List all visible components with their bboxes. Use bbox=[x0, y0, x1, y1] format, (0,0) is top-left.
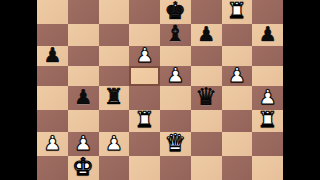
square-a1[interactable] bbox=[37, 156, 68, 180]
square-f4[interactable]: ♛ bbox=[191, 86, 222, 110]
square-c4[interactable]: ♜ bbox=[99, 86, 130, 110]
square-b6[interactable] bbox=[68, 46, 99, 66]
piece-white-queen[interactable]: ♛ bbox=[165, 131, 187, 155]
square-a5[interactable] bbox=[37, 66, 68, 86]
square-b4[interactable]: ♟ bbox=[68, 86, 99, 110]
square-d3[interactable]: ♜ bbox=[129, 110, 160, 132]
piece-black-pawn[interactable]: ♟ bbox=[197, 24, 215, 44]
square-d5[interactable] bbox=[129, 66, 160, 86]
square-b7[interactable] bbox=[68, 24, 99, 46]
piece-white-pawn[interactable]: ♟ bbox=[259, 87, 277, 107]
square-h6[interactable] bbox=[252, 46, 283, 66]
square-h1[interactable] bbox=[252, 156, 283, 180]
square-a8[interactable] bbox=[37, 0, 68, 24]
square-g4[interactable] bbox=[222, 86, 253, 110]
square-a6[interactable]: ♟ bbox=[37, 46, 68, 66]
square-f6[interactable] bbox=[191, 46, 222, 66]
square-d8[interactable] bbox=[129, 0, 160, 24]
square-b1[interactable]: ♚ bbox=[68, 156, 99, 180]
square-h8[interactable] bbox=[252, 0, 283, 24]
square-e2[interactable]: ♛ bbox=[160, 132, 191, 156]
piece-white-king[interactable]: ♚ bbox=[72, 155, 94, 179]
piece-white-pawn[interactable]: ♟ bbox=[166, 65, 184, 85]
square-a2[interactable]: ♟ bbox=[37, 132, 68, 156]
square-f1[interactable] bbox=[191, 156, 222, 180]
piece-black-king[interactable]: ♚ bbox=[165, 0, 187, 23]
square-d1[interactable] bbox=[129, 156, 160, 180]
square-g8[interactable]: ♜ bbox=[222, 0, 253, 24]
square-f2[interactable] bbox=[191, 132, 222, 156]
square-d2[interactable] bbox=[129, 132, 160, 156]
square-b8[interactable] bbox=[68, 0, 99, 24]
square-b3[interactable] bbox=[68, 110, 99, 132]
square-h5[interactable] bbox=[252, 66, 283, 86]
piece-black-pawn[interactable]: ♟ bbox=[74, 87, 92, 107]
square-e5[interactable]: ♟ bbox=[160, 66, 191, 86]
letterbox-left bbox=[0, 0, 37, 180]
square-f8[interactable] bbox=[191, 0, 222, 24]
square-c8[interactable] bbox=[99, 0, 130, 24]
piece-white-pawn[interactable]: ♟ bbox=[228, 65, 246, 85]
square-b5[interactable] bbox=[68, 66, 99, 86]
piece-white-rook[interactable]: ♜ bbox=[227, 0, 247, 22]
letterbox-right bbox=[283, 0, 320, 180]
piece-black-pawn[interactable]: ♟ bbox=[43, 45, 61, 65]
piece-black-pawn[interactable]: ♟ bbox=[259, 24, 277, 44]
square-c2[interactable]: ♟ bbox=[99, 132, 130, 156]
piece-white-rook[interactable]: ♜ bbox=[258, 109, 278, 131]
chess-board[interactable]: ♚♜♝♟♟♟♟♟♟♟♜♛♟♜♜♟♟♟♛♚ bbox=[37, 0, 283, 180]
piece-black-rook[interactable]: ♜ bbox=[104, 86, 124, 108]
square-h2[interactable] bbox=[252, 132, 283, 156]
piece-white-pawn[interactable]: ♟ bbox=[43, 133, 61, 153]
square-g5[interactable]: ♟ bbox=[222, 66, 253, 86]
square-a4[interactable] bbox=[37, 86, 68, 110]
piece-black-bishop[interactable]: ♝ bbox=[166, 23, 186, 45]
square-e7[interactable]: ♝ bbox=[160, 24, 191, 46]
piece-white-pawn[interactable]: ♟ bbox=[74, 133, 92, 153]
square-a3[interactable] bbox=[37, 110, 68, 132]
square-e1[interactable] bbox=[160, 156, 191, 180]
square-g7[interactable] bbox=[222, 24, 253, 46]
square-h3[interactable]: ♜ bbox=[252, 110, 283, 132]
piece-black-queen[interactable]: ♛ bbox=[195, 85, 217, 109]
square-g2[interactable] bbox=[222, 132, 253, 156]
square-c5[interactable] bbox=[99, 66, 130, 86]
video-frame: ♚♜♝♟♟♟♟♟♟♟♜♛♟♜♜♟♟♟♛♚ bbox=[0, 0, 320, 180]
square-c1[interactable] bbox=[99, 156, 130, 180]
square-g1[interactable] bbox=[222, 156, 253, 180]
square-e4[interactable] bbox=[160, 86, 191, 110]
square-h7[interactable]: ♟ bbox=[252, 24, 283, 46]
piece-white-pawn[interactable]: ♟ bbox=[105, 133, 123, 153]
square-c7[interactable] bbox=[99, 24, 130, 46]
square-g3[interactable] bbox=[222, 110, 253, 132]
square-f7[interactable]: ♟ bbox=[191, 24, 222, 46]
square-d6[interactable]: ♟ bbox=[129, 46, 160, 66]
piece-white-pawn[interactable]: ♟ bbox=[136, 45, 154, 65]
square-c6[interactable] bbox=[99, 46, 130, 66]
piece-white-rook[interactable]: ♜ bbox=[135, 109, 155, 131]
square-f3[interactable] bbox=[191, 110, 222, 132]
square-c3[interactable] bbox=[99, 110, 130, 132]
